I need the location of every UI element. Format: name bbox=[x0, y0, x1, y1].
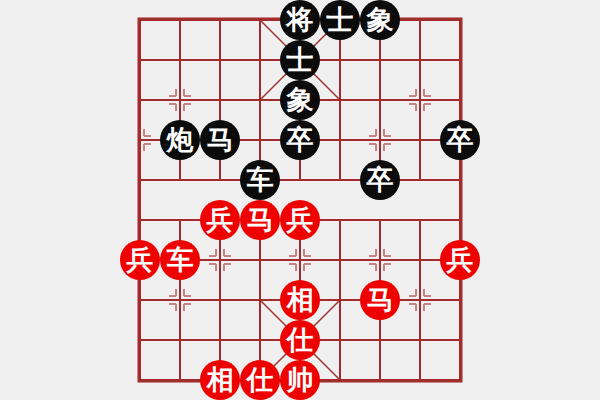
piece-black-elephant[interactable]: 象 bbox=[360, 0, 400, 40]
piece-black-soldier[interactable]: 卒 bbox=[280, 120, 320, 160]
piece-red-elephant[interactable]: 相 bbox=[200, 360, 240, 400]
pieces-grid: 将士象士象炮马卒卒车卒兵马兵兵车兵相马仕相仕帅 bbox=[120, 0, 480, 400]
piece-black-cannon[interactable]: 炮 bbox=[160, 120, 200, 160]
piece-red-soldier[interactable]: 兵 bbox=[440, 240, 480, 280]
piece-red-horse[interactable]: 马 bbox=[360, 280, 400, 320]
piece-red-advisor[interactable]: 仕 bbox=[280, 320, 320, 360]
piece-black-soldier[interactable]: 卒 bbox=[360, 160, 400, 200]
piece-red-soldier[interactable]: 兵 bbox=[120, 240, 160, 280]
piece-black-soldier[interactable]: 卒 bbox=[440, 120, 480, 160]
piece-black-elephant[interactable]: 象 bbox=[280, 80, 320, 120]
piece-black-advisor[interactable]: 士 bbox=[280, 40, 320, 80]
piece-red-general[interactable]: 帅 bbox=[280, 360, 320, 400]
piece-red-soldier[interactable]: 兵 bbox=[200, 200, 240, 240]
xiangqi-app: 将士象士象炮马卒卒车卒兵马兵兵车兵相马仕相仕帅 bbox=[0, 0, 600, 400]
piece-red-elephant[interactable]: 相 bbox=[280, 280, 320, 320]
piece-red-advisor[interactable]: 仕 bbox=[240, 360, 280, 400]
piece-black-advisor[interactable]: 士 bbox=[320, 0, 360, 40]
piece-black-general[interactable]: 将 bbox=[280, 0, 320, 40]
piece-red-soldier[interactable]: 兵 bbox=[280, 200, 320, 240]
piece-red-horse[interactable]: 马 bbox=[240, 200, 280, 240]
piece-black-chariot[interactable]: 车 bbox=[240, 160, 280, 200]
piece-black-horse[interactable]: 马 bbox=[200, 120, 240, 160]
piece-red-chariot[interactable]: 车 bbox=[160, 240, 200, 280]
